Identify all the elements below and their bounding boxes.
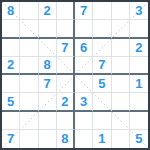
cell-r8c5[interactable]	[75, 130, 93, 148]
given-digit: 2	[44, 4, 51, 17]
given-digit: 7	[7, 132, 14, 145]
cell-r3c8[interactable]: 2	[130, 39, 148, 57]
cell-r1c8[interactable]: 3	[130, 2, 148, 20]
given-digit: 5	[7, 95, 14, 108]
cell-r8c4[interactable]: 8	[57, 130, 75, 148]
given-digit: 8	[44, 58, 51, 71]
given-digit: 7	[80, 4, 87, 17]
cell-r1c1[interactable]: 8	[2, 2, 20, 20]
cell-r6c1[interactable]: 5	[2, 93, 20, 111]
cell-r8c2[interactable]	[20, 130, 38, 148]
cell-r3c5[interactable]: 6	[75, 39, 93, 57]
cell-r8c1[interactable]: 7	[2, 130, 20, 148]
cell-r5c8[interactable]: 1	[130, 75, 148, 93]
given-digit: 8	[61, 132, 68, 145]
cell-r4c4[interactable]	[57, 57, 75, 75]
cell-r3c4[interactable]: 7	[57, 39, 75, 57]
cell-r5c2[interactable]	[20, 75, 38, 93]
given-digit: 7	[98, 58, 105, 71]
cell-r3c3[interactable]	[39, 39, 57, 57]
given-digit: 7	[61, 41, 68, 54]
cell-r1c3[interactable]: 2	[39, 2, 57, 20]
cell-r6c3[interactable]	[39, 93, 57, 111]
cell-r2c2[interactable]	[20, 20, 38, 38]
cell-r3c2[interactable]	[20, 39, 38, 57]
cell-r2c3[interactable]	[39, 20, 57, 38]
cell-r7c8[interactable]	[130, 112, 148, 130]
cell-r4c7[interactable]	[112, 57, 130, 75]
given-digit: 6	[80, 41, 87, 54]
given-digit: 5	[98, 77, 105, 90]
cell-r1c7[interactable]	[112, 2, 130, 20]
cell-r8c6[interactable]: 1	[93, 130, 111, 148]
given-digit: 2	[61, 95, 68, 108]
cell-r2c1[interactable]	[2, 20, 20, 38]
cell-r4c3[interactable]: 8	[39, 57, 57, 75]
cell-r8c7[interactable]	[112, 130, 130, 148]
cell-r2c4[interactable]	[57, 20, 75, 38]
cell-r7c3[interactable]	[39, 112, 57, 130]
sudoku-board: 82737622877515237815	[0, 0, 150, 150]
cell-r6c5[interactable]: 3	[75, 93, 93, 111]
cell-r5c4[interactable]	[57, 75, 75, 93]
cell-r2c6[interactable]	[93, 20, 111, 38]
cell-r3c6[interactable]	[93, 39, 111, 57]
cell-r5c5[interactable]	[75, 75, 93, 93]
cell-r4c1[interactable]: 2	[2, 57, 20, 75]
cell-r8c3[interactable]	[39, 130, 57, 148]
given-digit: 8	[7, 4, 14, 17]
cell-r5c7[interactable]	[112, 75, 130, 93]
cell-r3c1[interactable]	[2, 39, 20, 57]
given-digit: 2	[135, 41, 142, 54]
cell-r1c4[interactable]	[57, 2, 75, 20]
cell-r1c5[interactable]: 7	[75, 2, 93, 20]
cell-r5c3[interactable]: 7	[39, 75, 57, 93]
cell-r5c6[interactable]: 5	[93, 75, 111, 93]
cell-r6c7[interactable]	[112, 93, 130, 111]
given-digit: 7	[44, 77, 51, 90]
given-digit: 5	[135, 132, 142, 145]
cell-r7c5[interactable]	[75, 112, 93, 130]
given-digit: 3	[80, 95, 87, 108]
cell-r6c8[interactable]	[130, 93, 148, 111]
cell-r4c6[interactable]: 7	[93, 57, 111, 75]
cell-r2c5[interactable]	[75, 20, 93, 38]
cell-r5c1[interactable]	[2, 75, 20, 93]
cell-r7c7[interactable]	[112, 112, 130, 130]
cell-r4c8[interactable]	[130, 57, 148, 75]
cell-r1c2[interactable]	[20, 2, 38, 20]
cell-r7c1[interactable]	[2, 112, 20, 130]
cell-r2c7[interactable]	[112, 20, 130, 38]
given-digit: 3	[135, 4, 142, 17]
given-digit: 2	[7, 58, 14, 71]
cell-r1c6[interactable]	[93, 2, 111, 20]
cell-r6c4[interactable]: 2	[57, 93, 75, 111]
cell-r3c7[interactable]	[112, 39, 130, 57]
given-digit: 1	[135, 77, 142, 90]
cell-r6c2[interactable]	[20, 93, 38, 111]
cell-r4c2[interactable]	[20, 57, 38, 75]
cell-r7c4[interactable]	[57, 112, 75, 130]
cell-r2c8[interactable]	[130, 20, 148, 38]
cell-r4c5[interactable]	[75, 57, 93, 75]
cell-r7c2[interactable]	[20, 112, 38, 130]
cell-r7c6[interactable]	[93, 112, 111, 130]
given-digit: 1	[98, 132, 105, 145]
cell-r8c8[interactable]: 5	[130, 130, 148, 148]
cell-r6c6[interactable]	[93, 93, 111, 111]
